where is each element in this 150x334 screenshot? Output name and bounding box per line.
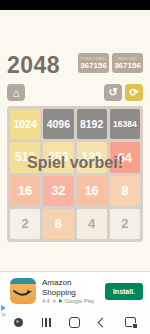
ad-subline: 4.4 ★ Google Play	[42, 298, 105, 305]
recents-button[interactable]	[42, 318, 51, 327]
install-button[interactable]: Install.	[105, 283, 143, 300]
amazon-app-icon[interactable]	[10, 278, 36, 304]
ad-rating: 4.4	[42, 298, 50, 305]
back-button[interactable]	[98, 318, 108, 328]
google-play-icon	[59, 299, 63, 303]
ad-text: Amazon Shopping 4.4 ★ Google Play	[42, 278, 105, 305]
adchoices-icon[interactable]	[1, 305, 6, 311]
ad-store: Google Play	[65, 298, 95, 305]
adchoices: ✕	[1, 305, 6, 318]
screenshot-icon[interactable]	[125, 317, 136, 327]
toolbar: ⌂ ↺ ⟳	[7, 84, 143, 102]
nav-home-button[interactable]	[69, 317, 80, 328]
game-over-overlay: Spiel vorbei!	[7, 106, 143, 242]
undo-button[interactable]: ↺	[104, 84, 122, 101]
phone-screen: 2048 PUNKTZAHL 367156 REKORD 367156 ⌂ ↺	[0, 0, 150, 334]
home-button[interactable]: ⌂	[7, 84, 25, 101]
score-value: 367156	[80, 61, 107, 70]
restart-button[interactable]: ⟳	[125, 84, 143, 101]
undo-icon: ↺	[108, 86, 117, 99]
status-bar	[0, 0, 150, 10]
star-icon: ★	[52, 298, 57, 305]
score-box: PUNKTZAHL 367156	[78, 53, 109, 73]
best-value: 367156	[114, 61, 141, 70]
game-board[interactable]: 1024 4096 8192 16384 512 256 128 64 16 3…	[7, 106, 143, 242]
navigation-bar	[0, 310, 150, 334]
game-app: 2048 PUNKTZAHL 367156 REKORD 367156 ⌂ ↺	[0, 53, 150, 242]
header: 2048 PUNKTZAHL 367156 REKORD 367156	[7, 53, 143, 79]
score-boxes: PUNKTZAHL 367156 REKORD 367156	[78, 53, 143, 73]
amazon-smile-icon	[13, 289, 33, 299]
game-over-message: Spiel vorbei!	[27, 154, 123, 172]
app-title: 2048	[7, 53, 60, 77]
assistant-dot-icon[interactable]	[14, 318, 23, 327]
home-icon: ⌂	[13, 87, 20, 99]
install-label: Install.	[113, 288, 135, 295]
restart-icon: ⟳	[129, 86, 138, 99]
best-box: REKORD 367156	[112, 53, 143, 73]
ad-app-name[interactable]: Amazon Shopping	[42, 278, 105, 298]
ad-banner[interactable]: Amazon Shopping 4.4 ★ Google Play Instal…	[0, 271, 150, 310]
ad-close-icon[interactable]: ✕	[1, 312, 6, 318]
